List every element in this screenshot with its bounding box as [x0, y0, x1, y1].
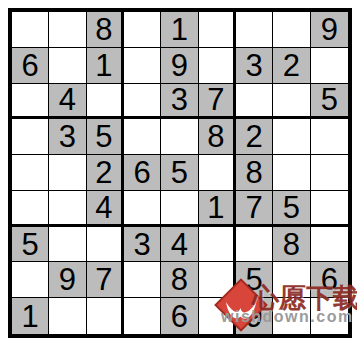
cell-r3c4[interactable]	[124, 84, 161, 120]
cell-r8c1[interactable]	[12, 262, 49, 298]
cell-r9c4[interactable]	[124, 298, 161, 334]
cell-r6c6[interactable]: 1	[199, 191, 236, 227]
cell-r6c3[interactable]: 4	[87, 191, 124, 227]
cell-r7c1[interactable]: 5	[12, 227, 49, 263]
cell-r7c6[interactable]	[199, 227, 236, 263]
cell-r6c5[interactable]	[161, 191, 198, 227]
cell-r4c7[interactable]: 2	[236, 119, 273, 155]
cell-r2c2[interactable]	[49, 48, 86, 84]
cell-r8c5[interactable]: 8	[161, 262, 198, 298]
cell-r1c4[interactable]	[124, 12, 161, 48]
cell-r1c3[interactable]: 8	[87, 12, 124, 48]
cell-r2c3[interactable]: 1	[87, 48, 124, 84]
cell-r3c7[interactable]	[236, 84, 273, 120]
cell-r5c1[interactable]	[12, 155, 49, 191]
cell-r7c8[interactable]: 8	[273, 227, 310, 263]
cell-r4c5[interactable]	[161, 119, 198, 155]
watermark-site-url: wishdown.com	[221, 308, 354, 326]
cell-r3c1[interactable]	[12, 84, 49, 120]
cell-r4c1[interactable]	[12, 119, 49, 155]
cell-r4c2[interactable]: 3	[49, 119, 86, 155]
cell-r5c3[interactable]: 2	[87, 155, 124, 191]
cell-r6c8[interactable]: 5	[273, 191, 310, 227]
cell-r2c6[interactable]	[199, 48, 236, 84]
cell-r6c4[interactable]	[124, 191, 161, 227]
cell-r1c5[interactable]: 1	[161, 12, 198, 48]
cell-r3c2[interactable]: 4	[49, 84, 86, 120]
cell-r6c2[interactable]	[49, 191, 86, 227]
cell-r8c3[interactable]: 7	[87, 262, 124, 298]
cell-r9c2[interactable]	[49, 298, 86, 334]
cell-r3c9[interactable]: 5	[311, 84, 348, 120]
cell-r3c5[interactable]: 3	[161, 84, 198, 120]
cell-r2c4[interactable]	[124, 48, 161, 84]
cell-r5c2[interactable]	[49, 155, 86, 191]
cell-r4c3[interactable]: 5	[87, 119, 124, 155]
cell-r9c3[interactable]	[87, 298, 124, 334]
cell-r2c1[interactable]: 6	[12, 48, 49, 84]
cell-r7c9[interactable]	[311, 227, 348, 263]
cell-r1c6[interactable]	[199, 12, 236, 48]
cell-r5c8[interactable]	[273, 155, 310, 191]
cell-r9c5[interactable]: 6	[161, 298, 198, 334]
cell-r4c9[interactable]	[311, 119, 348, 155]
cell-r4c8[interactable]	[273, 119, 310, 155]
cell-r7c3[interactable]	[87, 227, 124, 263]
cell-r3c6[interactable]: 7	[199, 84, 236, 120]
cell-r7c4[interactable]: 3	[124, 227, 161, 263]
sudoku-screenshot: 819619324375358226584175534897856169 心愿下…	[0, 0, 357, 346]
cell-r7c5[interactable]: 4	[161, 227, 198, 263]
cell-r7c2[interactable]	[49, 227, 86, 263]
cell-r4c6[interactable]: 8	[199, 119, 236, 155]
cell-r2c7[interactable]: 3	[236, 48, 273, 84]
cell-r5c4[interactable]: 6	[124, 155, 161, 191]
cell-r5c6[interactable]	[199, 155, 236, 191]
cell-r6c9[interactable]	[311, 191, 348, 227]
cell-r1c2[interactable]	[49, 12, 86, 48]
cell-r1c1[interactable]	[12, 12, 49, 48]
cell-r5c5[interactable]: 5	[161, 155, 198, 191]
cell-r1c7[interactable]	[236, 12, 273, 48]
cell-r8c4[interactable]	[124, 262, 161, 298]
cell-r9c1[interactable]: 1	[12, 298, 49, 334]
cell-r3c8[interactable]	[273, 84, 310, 120]
cell-r3c3[interactable]	[87, 84, 124, 120]
cell-r6c7[interactable]: 7	[236, 191, 273, 227]
cell-r2c5[interactable]: 9	[161, 48, 198, 84]
cell-r2c9[interactable]	[311, 48, 348, 84]
cell-r2c8[interactable]: 2	[273, 48, 310, 84]
cell-r7c7[interactable]	[236, 227, 273, 263]
cell-r1c9[interactable]: 9	[311, 12, 348, 48]
cell-r4c4[interactable]	[124, 119, 161, 155]
cell-r5c7[interactable]: 8	[236, 155, 273, 191]
cell-r1c8[interactable]	[273, 12, 310, 48]
cell-r8c2[interactable]: 9	[49, 262, 86, 298]
cell-r6c1[interactable]	[12, 191, 49, 227]
cell-r5c9[interactable]	[311, 155, 348, 191]
